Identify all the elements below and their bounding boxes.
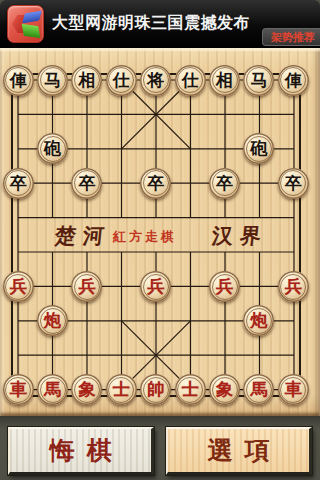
piece-black-r3c8[interactable]: 卒 [278, 168, 309, 199]
piece-red-r7c1[interactable]: 炮 [37, 305, 68, 336]
piece-black-r0c5[interactable]: 仕 [175, 65, 206, 96]
options-button[interactable]: 選項 [166, 427, 312, 475]
piece-black-r3c0[interactable]: 卒 [3, 168, 34, 199]
piece-red-r7c7[interactable]: 炮 [243, 305, 274, 336]
piece-black-r0c7[interactable]: 马 [243, 65, 274, 96]
piece-red-r9c4[interactable]: 帥 [140, 374, 171, 405]
piece-black-r3c4[interactable]: 卒 [140, 168, 171, 199]
board-grid[interactable]: 俥马相仕将仕相马俥砲砲卒卒卒卒卒兵兵兵兵兵炮炮車馬象士帥士象馬車 [1, 63, 311, 407]
logo-green-block [22, 24, 41, 38]
app-screen: 大型网游明珠三国震撼发布 架势推荐 [0, 0, 320, 480]
piece-black-r0c8[interactable]: 俥 [278, 65, 309, 96]
piece-black-r0c0[interactable]: 俥 [3, 65, 34, 96]
xiangqi-board[interactable]: 楚河 紅方走棋 汉界 俥马相仕将仕相马俥砲砲卒卒卒卒卒兵兵兵兵兵炮炮車馬象士帥士… [0, 48, 320, 416]
piece-red-r6c6[interactable]: 兵 [209, 271, 240, 302]
piece-red-r6c0[interactable]: 兵 [3, 271, 34, 302]
piece-red-r9c0[interactable]: 車 [3, 374, 34, 405]
piece-red-r6c4[interactable]: 兵 [140, 271, 171, 302]
piece-black-r0c3[interactable]: 仕 [106, 65, 137, 96]
bottom-bar: 悔棋 選項 [0, 416, 320, 480]
logo-blue-block [22, 11, 42, 24]
piece-black-r0c2[interactable]: 相 [71, 65, 102, 96]
piece-red-r6c2[interactable]: 兵 [71, 271, 102, 302]
piece-black-r0c1[interactable]: 马 [37, 65, 68, 96]
piece-black-r0c6[interactable]: 相 [209, 65, 240, 96]
promo-badge[interactable]: 架势推荐 [262, 28, 320, 46]
ad-title: 大型网游明珠三国震撼发布 [52, 13, 250, 34]
piece-red-r9c2[interactable]: 象 [71, 374, 102, 405]
piece-black-r2c7[interactable]: 砲 [243, 133, 274, 164]
piece-red-r9c1[interactable]: 馬 [37, 374, 68, 405]
piece-red-r6c8[interactable]: 兵 [278, 271, 309, 302]
piece-red-r9c3[interactable]: 士 [106, 374, 137, 405]
piece-red-r9c5[interactable]: 士 [175, 374, 206, 405]
piece-red-r9c7[interactable]: 馬 [243, 374, 274, 405]
piece-black-r3c6[interactable]: 卒 [209, 168, 240, 199]
undo-button[interactable]: 悔棋 [8, 427, 154, 475]
piece-red-r9c6[interactable]: 象 [209, 374, 240, 405]
piece-red-r9c8[interactable]: 車 [278, 374, 309, 405]
piece-black-r0c4[interactable]: 将 [140, 65, 171, 96]
puzzle-logo-icon [7, 5, 44, 43]
piece-black-r2c1[interactable]: 砲 [37, 133, 68, 164]
ad-banner[interactable]: 大型网游明珠三国震撼发布 架势推荐 [0, 0, 320, 48]
piece-black-r3c2[interactable]: 卒 [71, 168, 102, 199]
